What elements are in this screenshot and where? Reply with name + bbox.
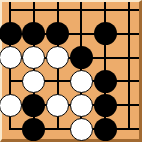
black-stone[interactable]: [94, 94, 117, 117]
empty-intersection[interactable]: [46, 118, 69, 141]
empty-intersection[interactable]: [118, 118, 141, 141]
white-stone[interactable]: [0, 94, 22, 117]
empty-intersection[interactable]: [94, 0, 117, 22]
empty-intersection[interactable]: [118, 0, 141, 22]
empty-intersection[interactable]: [94, 46, 117, 69]
empty-intersection[interactable]: [118, 22, 141, 45]
black-stone[interactable]: [70, 46, 93, 69]
white-stone[interactable]: [70, 118, 93, 141]
black-stone[interactable]: [0, 22, 22, 45]
white-stone[interactable]: [0, 46, 22, 69]
go-board-window: [0, 0, 142, 142]
empty-intersection[interactable]: [22, 0, 45, 22]
empty-intersection[interactable]: [70, 0, 93, 22]
empty-intersection[interactable]: [46, 70, 69, 93]
empty-intersection[interactable]: [46, 0, 69, 22]
empty-intersection[interactable]: [0, 0, 22, 22]
black-stone[interactable]: [22, 94, 45, 117]
empty-intersection[interactable]: [70, 22, 93, 45]
white-stone[interactable]: [70, 94, 93, 117]
black-stone[interactable]: [22, 118, 45, 141]
empty-intersection[interactable]: [0, 70, 22, 93]
empty-intersection[interactable]: [118, 70, 141, 93]
empty-intersection[interactable]: [118, 46, 141, 69]
empty-intersection[interactable]: [0, 118, 22, 141]
white-stone[interactable]: [70, 70, 93, 93]
black-stone[interactable]: [94, 22, 117, 45]
black-stone[interactable]: [94, 118, 117, 141]
empty-intersection[interactable]: [118, 94, 141, 117]
black-stone[interactable]: [94, 70, 117, 93]
white-stone[interactable]: [46, 94, 69, 117]
